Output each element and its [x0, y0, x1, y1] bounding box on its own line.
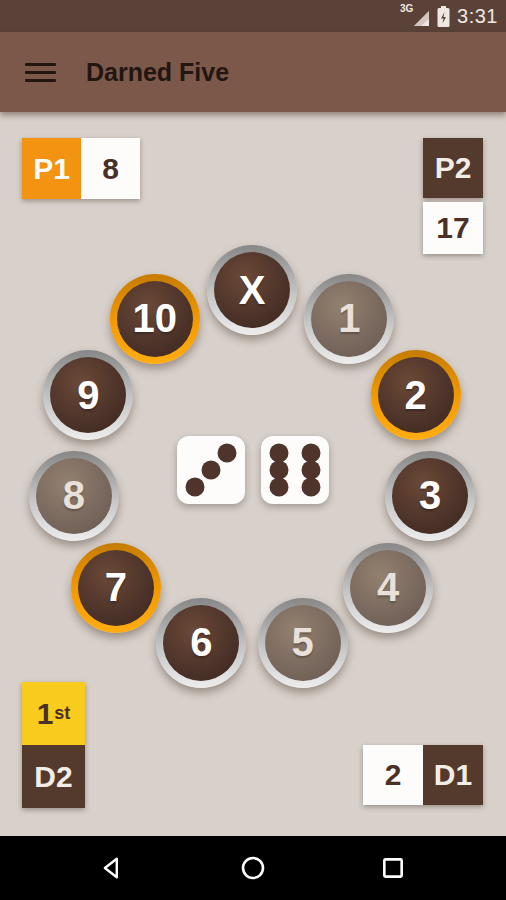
number-button-label: 7 [105, 565, 127, 610]
die-left[interactable] [177, 436, 245, 504]
number-button-face: 1 [311, 281, 387, 357]
number-button-label: 9 [77, 373, 99, 418]
number-button-6[interactable]: 6 [156, 598, 246, 688]
number-button-X[interactable]: X [207, 245, 297, 335]
signal-triangle-icon [413, 10, 430, 27]
phone-screen: 3G 3:31 Darned Five P1 8 P2 17 X12345678… [0, 0, 506, 900]
app-title: Darned Five [86, 58, 229, 87]
die-pip [270, 478, 289, 497]
number-button-8[interactable]: 8 [29, 451, 119, 541]
player1-score-tile: 8 [81, 138, 140, 199]
number-button-10[interactable]: 10 [110, 274, 200, 364]
number-button-label: 5 [292, 620, 314, 665]
die-pip [186, 478, 205, 497]
die-pip [301, 478, 320, 497]
status-bar: 3G 3:31 [0, 0, 506, 32]
back-icon[interactable] [100, 855, 126, 881]
number-button-label: 2 [405, 373, 427, 418]
player1-scoreboard: P1 8 [22, 138, 140, 199]
d2-label-tile: D2 [22, 745, 85, 808]
number-button-label: 1 [338, 296, 360, 341]
first-place-suffix: st [54, 703, 70, 724]
number-button-3[interactable]: 3 [385, 451, 475, 541]
menu-hamburger-icon[interactable] [25, 63, 56, 82]
number-button-face: 10 [117, 281, 193, 357]
number-button-label: 3 [419, 473, 441, 518]
die-pip [202, 461, 221, 480]
player2-scoreboard: P2 17 [423, 138, 483, 254]
network-type-label: 3G [400, 4, 413, 14]
cellular-signal-icon: 3G [400, 4, 430, 28]
number-button-face: 3 [392, 458, 468, 534]
number-button-label: 8 [63, 473, 85, 518]
number-button-2[interactable]: 2 [371, 350, 461, 440]
number-button-face: 5 [265, 605, 341, 681]
number-button-face: 6 [163, 605, 239, 681]
android-nav-bar [0, 836, 506, 900]
clock: 3:31 [457, 5, 498, 28]
die-pip [217, 444, 236, 463]
app-bar: Darned Five [0, 32, 506, 112]
battery-charging-icon [436, 5, 451, 28]
first-place-number: 1 [37, 697, 54, 731]
d1-label-tile: D1 [423, 745, 483, 805]
number-button-7[interactable]: 7 [71, 543, 161, 633]
number-button-face: 7 [78, 550, 154, 626]
first-place-tile: 1st [22, 682, 85, 745]
number-button-label: 6 [190, 620, 212, 665]
number-button-face: 8 [36, 458, 112, 534]
home-icon[interactable] [240, 855, 266, 881]
number-button-4[interactable]: 4 [343, 543, 433, 633]
number-button-face: 2 [378, 357, 454, 433]
number-button-5[interactable]: 5 [258, 598, 348, 688]
dealer2-badge: 1st D2 [22, 682, 85, 808]
number-button-9[interactable]: 9 [43, 350, 133, 440]
number-button-face: X [214, 252, 290, 328]
player1-label-tile: P1 [22, 138, 81, 199]
number-button-face: 4 [350, 550, 426, 626]
number-button-label: 10 [132, 296, 177, 341]
recents-icon[interactable] [380, 855, 406, 881]
number-button-label: 4 [377, 565, 399, 610]
number-button-label: X [239, 268, 266, 313]
number-button-face: 9 [50, 357, 126, 433]
player2-score-tile: 17 [423, 202, 483, 254]
dealer1-badge: 2 D1 [363, 745, 483, 805]
number-button-1[interactable]: 1 [304, 274, 394, 364]
d1-value-tile: 2 [363, 745, 423, 805]
player2-label-tile: P2 [423, 138, 483, 198]
die-right[interactable] [261, 436, 329, 504]
